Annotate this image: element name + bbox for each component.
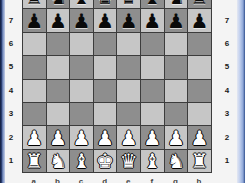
square-f1[interactable]: ♝ [141,150,164,172]
square-g3[interactable] [165,103,188,125]
square-f6[interactable] [141,33,164,55]
square-f2[interactable]: ♟ [141,126,164,148]
square-g2[interactable]: ♟ [165,126,188,148]
white-bishop-piece: ♝ [143,151,161,171]
square-a8[interactable]: ♜ [23,0,46,8]
black-bishop-piece: ♝ [73,0,91,7]
square-c1[interactable]: ♝ [70,150,93,172]
black-bishop-piece: ♝ [143,0,161,7]
square-f7[interactable]: ♟ [141,9,164,31]
square-f3[interactable] [141,103,164,125]
square-c5[interactable] [70,56,93,78]
black-king-piece: ♚ [96,0,114,7]
square-e1[interactable]: ♛ [117,150,140,172]
square-a5[interactable] [23,56,46,78]
chess-board: ♜♞♝♚♛♝♞♜♟♟♟♟♟♟♟♟♟♟♟♟♟♟♟♟♜♞♝♚♛♝♞♜ [22,0,212,173]
file-label-b: b [51,177,63,183]
white-bishop-piece: ♝ [73,151,91,171]
square-h2[interactable]: ♟ [188,126,211,148]
square-g1[interactable]: ♞ [165,150,188,172]
square-f5[interactable] [141,56,164,78]
square-e2[interactable]: ♟ [117,126,140,148]
rank-label-8-left: 8 [5,0,17,1]
square-d8[interactable]: ♚ [94,0,117,8]
white-pawn-piece: ♟ [73,128,91,148]
square-b3[interactable] [47,103,70,125]
square-d7[interactable]: ♟ [94,9,117,31]
rank-label-8-right: 8 [221,0,233,1]
white-queen-piece: ♛ [120,151,138,171]
rank-label-5-left: 5 [5,62,17,71]
square-c6[interactable] [70,33,93,55]
white-rook-piece: ♜ [25,151,43,171]
square-e3[interactable] [117,103,140,125]
square-g5[interactable] [165,56,188,78]
square-b1[interactable]: ♞ [47,150,70,172]
file-label-e: e [122,177,134,183]
window-border-right [237,0,245,183]
square-h4[interactable] [188,80,211,102]
black-rook-piece: ♜ [190,0,208,7]
black-pawn-piece: ♟ [190,11,208,31]
rank-label-3-left: 3 [5,109,17,118]
rank-label-7-right: 7 [221,16,233,25]
square-b2[interactable]: ♟ [47,126,70,148]
white-pawn-piece: ♟ [96,128,114,148]
rank-label-5-right: 5 [221,62,233,71]
white-knight-piece: ♞ [167,151,185,171]
square-g7[interactable]: ♟ [165,9,188,31]
square-a3[interactable] [23,103,46,125]
square-d1[interactable]: ♚ [94,150,117,172]
white-pawn-piece: ♟ [25,128,43,148]
rank-label-4-left: 4 [5,86,17,95]
square-b4[interactable] [47,80,70,102]
square-e7[interactable]: ♟ [117,9,140,31]
black-queen-piece: ♛ [120,0,138,7]
square-e8[interactable]: ♛ [117,0,140,8]
white-pawn-piece: ♟ [49,128,67,148]
square-g8[interactable]: ♞ [165,0,188,8]
file-label-f: f [146,177,158,183]
black-knight-piece: ♞ [167,0,185,7]
white-pawn-piece: ♟ [190,128,208,148]
square-d4[interactable] [94,80,117,102]
square-c2[interactable]: ♟ [70,126,93,148]
square-h7[interactable]: ♟ [188,9,211,31]
square-c8[interactable]: ♝ [70,0,93,8]
white-pawn-piece: ♟ [120,128,138,148]
square-e5[interactable] [117,56,140,78]
square-d5[interactable] [94,56,117,78]
rank-label-1-right: 1 [221,156,233,165]
black-pawn-piece: ♟ [167,11,185,31]
square-a2[interactable]: ♟ [23,126,46,148]
square-a1[interactable]: ♜ [23,150,46,172]
square-d2[interactable]: ♟ [94,126,117,148]
square-h6[interactable] [188,33,211,55]
black-pawn-piece: ♟ [73,11,91,31]
black-pawn-piece: ♟ [25,11,43,31]
black-pawn-piece: ♟ [96,11,114,31]
square-b7[interactable]: ♟ [47,9,70,31]
white-pawn-piece: ♟ [143,128,161,148]
square-c4[interactable] [70,80,93,102]
square-g4[interactable] [165,80,188,102]
square-c3[interactable] [70,103,93,125]
rank-label-3-right: 3 [221,109,233,118]
file-label-c: c [75,177,87,183]
white-king-piece: ♚ [96,151,114,171]
black-pawn-piece: ♟ [143,11,161,31]
white-knight-piece: ♞ [49,151,67,171]
square-h8[interactable]: ♜ [188,0,211,8]
black-rook-piece: ♜ [25,0,43,7]
square-g6[interactable] [165,33,188,55]
square-b8[interactable]: ♞ [47,0,70,8]
black-pawn-piece: ♟ [49,11,67,31]
black-pawn-piece: ♟ [120,11,138,31]
square-h1[interactable]: ♜ [188,150,211,172]
rank-label-2-left: 2 [5,133,17,142]
square-b5[interactable] [47,56,70,78]
square-b6[interactable] [47,33,70,55]
square-a4[interactable] [23,80,46,102]
square-c7[interactable]: ♟ [70,9,93,31]
rank-label-6-left: 6 [5,39,17,48]
file-label-a: a [28,177,40,183]
rank-label-1-left: 1 [5,156,17,165]
rank-label-6-right: 6 [221,39,233,48]
rank-label-4-right: 4 [221,86,233,95]
file-label-g: g [169,177,181,183]
square-a6[interactable] [23,33,46,55]
white-rook-piece: ♜ [190,151,208,171]
white-pawn-piece: ♟ [167,128,185,148]
square-h3[interactable] [188,103,211,125]
file-label-h: h [193,177,205,183]
rank-label-7-left: 7 [5,16,17,25]
file-label-d: d [99,177,111,183]
square-f4[interactable] [141,80,164,102]
square-a7[interactable]: ♟ [23,9,46,31]
square-e4[interactable] [117,80,140,102]
rank-label-2-right: 2 [221,133,233,142]
square-d6[interactable] [94,33,117,55]
square-f8[interactable]: ♝ [141,0,164,8]
square-e6[interactable] [117,33,140,55]
black-knight-piece: ♞ [49,0,67,7]
square-d3[interactable] [94,103,117,125]
square-h5[interactable] [188,56,211,78]
